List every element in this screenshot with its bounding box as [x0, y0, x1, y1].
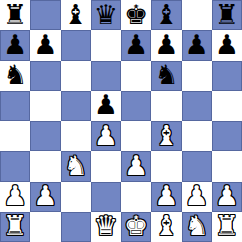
square-g5[interactable] — [182, 91, 212, 121]
piece-white-queen[interactable]: ♛ — [94, 212, 118, 239]
square-b2[interactable]: ♟ — [30, 182, 60, 212]
square-d3[interactable] — [91, 151, 121, 181]
square-a5[interactable] — [0, 91, 30, 121]
square-h2[interactable]: ♟ — [212, 182, 242, 212]
square-f2[interactable]: ♟ — [151, 182, 181, 212]
piece-black-knight[interactable]: ♞ — [154, 61, 178, 88]
square-b4[interactable] — [30, 121, 60, 151]
square-f6[interactable]: ♞ — [151, 61, 181, 91]
piece-black-pawn[interactable]: ♟ — [94, 91, 118, 118]
square-e3[interactable]: ♟ — [121, 151, 151, 181]
square-d2[interactable] — [91, 182, 121, 212]
piece-white-rook[interactable]: ♜ — [215, 212, 239, 239]
square-c8[interactable]: ♝ — [61, 0, 91, 30]
square-f3[interactable] — [151, 151, 181, 181]
square-d1[interactable]: ♛ — [91, 212, 121, 242]
square-d6[interactable] — [91, 61, 121, 91]
square-b8[interactable] — [30, 0, 60, 30]
chess-board: ♜♝♛♚♝♜♟♟♟♟♟♟♞♞♟♟♝♞♟♟♟♟♟♟♜♛♚♝♞♜ — [0, 0, 242, 242]
piece-black-pawn[interactable]: ♟ — [3, 31, 27, 58]
square-d8[interactable]: ♛ — [91, 0, 121, 30]
square-c1[interactable] — [61, 212, 91, 242]
square-g4[interactable] — [182, 121, 212, 151]
piece-black-queen[interactable]: ♛ — [94, 1, 118, 28]
square-e6[interactable] — [121, 61, 151, 91]
square-e8[interactable]: ♚ — [121, 0, 151, 30]
piece-white-pawn[interactable]: ♟ — [33, 182, 57, 209]
square-e2[interactable] — [121, 182, 151, 212]
square-d7[interactable] — [91, 30, 121, 60]
piece-black-pawn[interactable]: ♟ — [215, 31, 239, 58]
square-h6[interactable] — [212, 61, 242, 91]
square-a1[interactable]: ♜ — [0, 212, 30, 242]
square-c4[interactable] — [61, 121, 91, 151]
square-c3[interactable]: ♞ — [61, 151, 91, 181]
square-h7[interactable]: ♟ — [212, 30, 242, 60]
piece-black-pawn[interactable]: ♟ — [154, 31, 178, 58]
square-g1[interactable]: ♞ — [182, 212, 212, 242]
square-h1[interactable]: ♜ — [212, 212, 242, 242]
square-c6[interactable] — [61, 61, 91, 91]
square-h3[interactable] — [212, 151, 242, 181]
square-b5[interactable] — [30, 91, 60, 121]
square-e5[interactable] — [121, 91, 151, 121]
piece-black-rook[interactable]: ♜ — [3, 1, 27, 28]
square-f7[interactable]: ♟ — [151, 30, 181, 60]
square-f5[interactable] — [151, 91, 181, 121]
square-a3[interactable] — [0, 151, 30, 181]
piece-black-pawn[interactable]: ♟ — [124, 31, 148, 58]
square-a7[interactable]: ♟ — [0, 30, 30, 60]
square-a6[interactable]: ♞ — [0, 61, 30, 91]
square-d5[interactable]: ♟ — [91, 91, 121, 121]
square-b3[interactable] — [30, 151, 60, 181]
square-h4[interactable] — [212, 121, 242, 151]
piece-white-pawn[interactable]: ♟ — [3, 182, 27, 209]
square-b7[interactable]: ♟ — [30, 30, 60, 60]
piece-white-bishop[interactable]: ♝ — [154, 122, 178, 149]
piece-black-bishop[interactable]: ♝ — [154, 1, 178, 28]
square-h5[interactable] — [212, 91, 242, 121]
square-a2[interactable]: ♟ — [0, 182, 30, 212]
piece-white-rook[interactable]: ♜ — [3, 212, 27, 239]
square-g3[interactable] — [182, 151, 212, 181]
square-b6[interactable] — [30, 61, 60, 91]
square-c7[interactable] — [61, 30, 91, 60]
square-e1[interactable]: ♚ — [121, 212, 151, 242]
square-c5[interactable] — [61, 91, 91, 121]
square-a4[interactable] — [0, 121, 30, 151]
piece-white-bishop[interactable]: ♝ — [154, 212, 178, 239]
piece-black-king[interactable]: ♚ — [124, 1, 148, 28]
square-f8[interactable]: ♝ — [151, 0, 181, 30]
square-d4[interactable]: ♟ — [91, 121, 121, 151]
square-e7[interactable]: ♟ — [121, 30, 151, 60]
piece-black-pawn[interactable]: ♟ — [33, 31, 57, 58]
piece-black-rook[interactable]: ♜ — [215, 1, 239, 28]
square-g6[interactable] — [182, 61, 212, 91]
piece-white-pawn[interactable]: ♟ — [215, 182, 239, 209]
piece-black-pawn[interactable]: ♟ — [185, 31, 209, 58]
piece-black-bishop[interactable]: ♝ — [64, 1, 88, 28]
square-g2[interactable]: ♟ — [182, 182, 212, 212]
piece-white-pawn[interactable]: ♟ — [124, 152, 148, 179]
piece-white-knight[interactable]: ♞ — [64, 152, 88, 179]
square-h8[interactable]: ♜ — [212, 0, 242, 30]
square-g7[interactable]: ♟ — [182, 30, 212, 60]
square-a8[interactable]: ♜ — [0, 0, 30, 30]
square-f1[interactable]: ♝ — [151, 212, 181, 242]
piece-white-knight[interactable]: ♞ — [185, 212, 209, 239]
piece-black-knight[interactable]: ♞ — [3, 61, 27, 88]
square-g8[interactable] — [182, 0, 212, 30]
square-e4[interactable] — [121, 121, 151, 151]
square-f4[interactable]: ♝ — [151, 121, 181, 151]
piece-white-pawn[interactable]: ♟ — [185, 182, 209, 209]
square-c2[interactable] — [61, 182, 91, 212]
piece-white-king[interactable]: ♚ — [124, 212, 148, 239]
piece-white-pawn[interactable]: ♟ — [94, 122, 118, 149]
square-b1[interactable] — [30, 212, 60, 242]
piece-white-pawn[interactable]: ♟ — [154, 182, 178, 209]
